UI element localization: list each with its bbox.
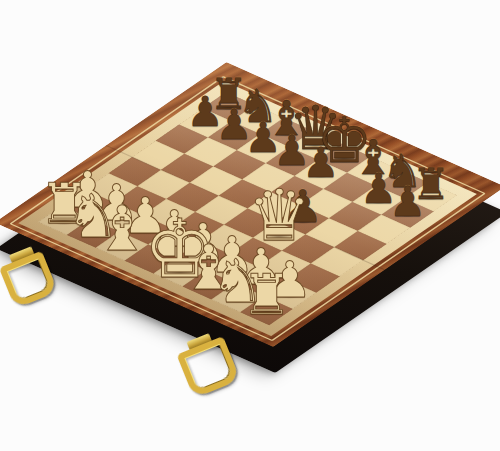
- chess-board: [0, 62, 500, 347]
- product-photo-stage: ♜♞♝♛♚♝♞♜♟♟♟♟♟♟♟♟♛♟♟♟♟♟♟♟♟♜♞♝♚♝♞♜: [0, 0, 500, 451]
